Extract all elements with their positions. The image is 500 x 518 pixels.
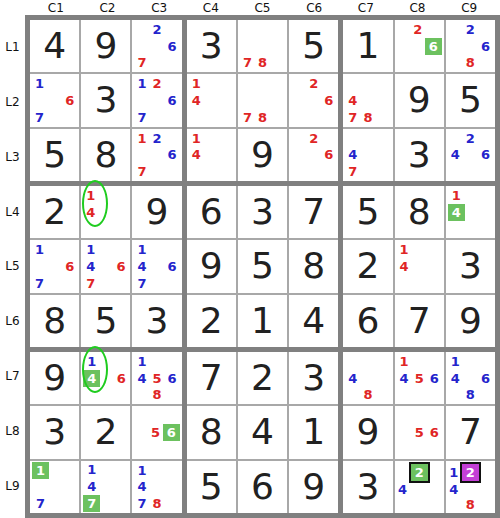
candidate-slot-9 [62,275,77,292]
candidate-slot-3 [427,241,442,258]
cell-L2C8[interactable]: 9 [395,74,444,126]
cell-L7C4[interactable]: 7 [187,352,236,404]
candidate-7: 7 [348,165,357,178]
cell-L5C6[interactable]: 8 [289,240,338,292]
cell-L5C5[interactable]: 5 [238,240,287,292]
candidate-slot-7: 7 [240,109,255,126]
candidate-slot-7 [397,55,411,72]
cell-L9C7[interactable]: 3 [343,461,392,513]
candidate-slot-6 [165,478,180,495]
candidate-slot-6: 6 [478,146,493,163]
solved-digit: 3 [132,295,181,347]
candidate-slot-6: 6 [165,146,180,163]
cell-L9C2[interactable]: 147 [81,461,130,513]
solved-digit: 9 [81,20,130,72]
cell-L8C4[interactable]: 8 [187,406,236,458]
candidate-slot-8 [98,275,113,292]
cell-L1C5[interactable]: 78 [238,20,287,72]
candidate-slot-4 [134,146,149,163]
candidate-slot-3 [165,75,180,92]
candidate-slot-1: 1 [32,462,49,479]
candidate-grid: 78 [240,75,285,125]
solved-digit: 4 [289,295,338,347]
candidate-slot-7: 7 [32,495,49,512]
cell-L2C6[interactable]: 26 [289,74,338,126]
cell-L7C2[interactable]: 146 [81,352,130,404]
solved-digit: 1 [238,295,287,347]
row-label-L3: L3 [0,130,25,185]
solved-digit: 1 [343,20,392,72]
candidate-slot-8: 8 [463,387,478,404]
candidate-slot-2 [204,75,219,92]
cell-L7C7[interactable]: 48 [343,352,392,404]
candidate-slot-4 [291,146,306,163]
cell-L8C8[interactable]: 56 [395,406,444,458]
cell-L8C7[interactable]: 9 [343,406,392,458]
cell-L7C1[interactable]: 9 [30,352,79,404]
candidate-slot-3 [375,130,390,147]
candidate-slot-5 [204,146,219,163]
candidate-4: 4 [451,148,460,161]
candidate-6: 6 [168,260,177,273]
candidate-slot-5 [150,478,165,495]
cell-L9C9[interactable]: 1248 [446,461,495,513]
candidate-slot-4: 4 [448,370,463,387]
candidate-slot-5 [49,479,63,496]
candidate-slot-9 [165,275,180,292]
candidate-1: 1 [400,355,409,368]
candidate-6: 6 [481,40,490,53]
candidate-slot-7 [189,163,204,180]
solved-digit: 4 [30,20,79,72]
cell-L5C7[interactable]: 2 [343,240,392,292]
candidate-grid: 14 [397,241,442,291]
candidate-slot-2: 2 [306,130,321,147]
candidate-slot-5: 5 [150,370,165,387]
cell-L2C2[interactable]: 3 [81,74,130,126]
candidate-slot-7 [448,497,460,512]
candidate-1: 1 [137,243,146,256]
candidate-slot-9 [113,221,128,238]
candidate-slot-9 [114,387,128,404]
candidate-slot-8: 8 [463,55,478,72]
solved-digit: 3 [81,74,130,126]
cell-L4C2[interactable]: 14 [81,186,130,238]
candidate-slot-9 [165,387,180,404]
cell-L8C5[interactable]: 4 [238,406,287,458]
solved-digit: 8 [30,295,79,347]
candidate-8: 8 [466,56,475,69]
candidate-slot-7 [345,387,360,404]
cell-L5C3[interactable]: 1467 [132,240,181,292]
cell-L2C9[interactable]: 5 [446,74,495,126]
column-label-C3: C3 [133,0,185,15]
candidate-slot-2 [360,130,375,147]
candidate-slot-6 [375,92,390,109]
candidate-slot-7 [448,221,465,238]
cell-L3C4[interactable]: 14 [187,129,236,181]
candidate-6: 6 [430,426,439,439]
cell-L9C8[interactable]: 24 [395,461,444,513]
candidate-slot-1: 1 [189,75,204,92]
candidate-slot-1 [345,130,360,147]
cell-L2C3[interactable]: 1267 [132,74,181,126]
cell-L6C2[interactable]: 5 [81,295,130,347]
sudoku-board: 4926716731267581267378514782614926126268… [25,15,500,518]
candidate-slot-3 [114,462,128,479]
candidate-slot-9 [219,163,234,180]
candidate-slot-2 [465,187,479,204]
candidate-slot-4: 4 [448,146,463,163]
candidate-7: 7 [243,111,252,124]
candidate-6: 6 [481,148,490,161]
candidate-slot-1 [291,75,306,92]
candidate-5: 5 [151,426,160,439]
cell-L3C3[interactable]: 1267 [132,129,181,181]
cell-L3C2[interactable]: 8 [81,129,130,181]
cell-L4C8[interactable]: 8 [395,186,444,238]
candidate-slot-6: 6 [321,146,336,163]
row-label-L1: L1 [0,20,25,75]
candidate-2: 2 [466,132,475,145]
cell-L9C1[interactable]: 17 [30,461,79,513]
candidate-slot-8 [360,163,375,180]
candidate-slot-4 [32,479,49,496]
cell-L9C4[interactable]: 5 [187,461,236,513]
candidate-grid: 1267 [134,75,179,125]
cell-L7C8[interactable]: 1456 [395,352,444,404]
cell-L7C3[interactable]: 14568 [132,352,181,404]
solved-digit: 9 [132,186,181,238]
cell-L6C5[interactable]: 1 [238,295,287,347]
box-9: 481456146895673241248 [343,352,495,513]
candidate-grid: 14 [83,187,128,237]
candidate-slot-8 [149,441,163,458]
candidate-slot-5 [47,258,62,275]
candidate-slot-3 [165,21,180,38]
candidate-slot-5 [460,483,481,498]
cell-L6C8[interactable]: 7 [395,295,444,347]
cell-L1C7[interactable]: 1 [343,20,392,72]
candidate-slot-4: 4 [189,146,204,163]
candidate-slot-8: 8 [360,387,375,404]
solved-digit: 1 [289,406,338,458]
candidate-slot-2 [360,75,375,92]
candidate-grid: 146 [83,353,128,403]
cell-L5C9[interactable]: 3 [446,240,495,292]
candidate-slot-1 [448,130,463,147]
candidate-7: 7 [83,495,100,512]
candidate-slot-7: 7 [32,275,47,292]
candidate-slot-6: 6 [321,92,336,109]
candidate-slot-7 [397,275,412,292]
candidate-6: 6 [168,94,177,107]
candidate-slot-9 [478,163,493,180]
candidate-slot-9 [375,109,390,126]
candidate-slot-5: 5 [412,370,427,387]
candidate-slot-8 [465,221,479,238]
candidate-slot-2 [100,353,114,370]
cell-L4C3[interactable]: 9 [132,186,181,238]
cell-L9C6[interactable]: 9 [289,461,338,513]
candidate-slot-2 [47,241,62,258]
candidate-1: 1 [32,462,49,479]
solved-digit: 8 [187,406,236,458]
cell-L1C6[interactable]: 5 [289,20,338,72]
candidate-slot-8: 8 [460,497,481,512]
candidate-2: 2 [153,132,162,145]
candidate-slot-3 [425,21,442,38]
candidate-slot-9 [165,163,180,180]
candidate-7: 7 [348,111,357,124]
candidate-slot-7: 7 [134,275,149,292]
candidate-grid: 26 [291,75,336,125]
cell-L9C3[interactable]: 1478 [132,461,181,513]
candidate-slot-7: 7 [134,55,149,72]
cell-L4C1[interactable]: 2 [30,186,79,238]
solved-digit: 5 [30,129,79,181]
cell-L3C6[interactable]: 26 [289,129,338,181]
cell-L6C7[interactable]: 6 [343,295,392,347]
candidate-slot-8: 8 [360,109,375,126]
candidate-slot-8: 8 [255,55,270,72]
candidate-slot-9 [113,275,128,292]
candidate-slot-9 [163,441,180,458]
candidate-slot-3 [478,21,493,38]
cell-L4C4[interactable]: 6 [187,186,236,238]
candidate-slot-9 [62,109,77,126]
candidate-slot-4: 4 [134,258,149,275]
solved-digit: 9 [289,461,338,513]
candidate-slot-4 [240,38,255,55]
solved-digit: 8 [81,129,130,181]
column-label-C1: C1 [30,0,82,15]
cell-L5C1[interactable]: 167 [30,240,79,292]
candidate-slot-4: 4 [83,478,100,495]
cell-L6C3[interactable]: 3 [132,295,181,347]
candidate-slot-8 [412,387,427,404]
candidate-slot-4 [134,424,148,441]
cell-L8C1[interactable]: 3 [30,406,79,458]
sudoku-app: C1C2C3C4C5C6C7C8C9 L1L2L3L4L5L6L7L8L9 49… [0,0,500,518]
candidate-slot-7: 7 [134,163,149,180]
candidate-slot-2 [49,462,63,479]
candidate-slot-1: 1 [134,241,149,258]
candidate-slot-9 [425,55,442,72]
candidate-slot-2 [150,353,165,370]
candidate-1: 1 [87,463,96,476]
cell-L8C6[interactable]: 1 [289,406,338,458]
cell-L4C5[interactable]: 3 [238,186,287,238]
cell-L1C4[interactable]: 3 [187,20,236,72]
cell-L8C2[interactable]: 2 [81,406,130,458]
box-3: 12626847895473246 [343,20,495,181]
cell-L2C5[interactable]: 78 [238,74,287,126]
candidate-slot-1: 1 [32,75,47,92]
cell-L7C6[interactable]: 3 [289,352,338,404]
candidate-slot-8 [306,109,321,126]
cell-L3C1[interactable]: 5 [30,129,79,181]
candidate-slot-2 [412,353,427,370]
candidate-1: 1 [137,132,146,145]
solved-digit: 9 [446,295,495,347]
candidate-slot-3 [427,353,442,370]
candidate-slot-4: 4 [448,483,460,498]
candidate-slot-3 [219,75,234,92]
candidate-7: 7 [137,277,146,290]
cell-L2C4[interactable]: 14 [187,74,236,126]
solved-digit: 9 [395,74,444,126]
cell-L1C2[interactable]: 9 [81,20,130,72]
candidate-4: 4 [192,94,201,107]
candidate-slot-1: 1 [134,130,149,147]
column-label-C5: C5 [237,0,289,15]
candidate-slot-5 [409,483,430,498]
candidate-slot-6 [114,478,128,495]
candidate-slot-2: 2 [150,75,165,92]
solved-digit: 5 [289,20,338,72]
candidate-slot-6 [430,483,442,498]
candidate-8: 8 [466,498,475,511]
candidate-grid: 246 [448,130,493,180]
cell-L3C5[interactable]: 9 [238,129,287,181]
candidate-slot-9 [478,387,493,404]
candidate-slot-4 [134,92,149,109]
candidate-slot-4: 4 [83,258,98,275]
candidate-slot-1: 1 [448,353,463,370]
cell-L1C9[interactable]: 268 [446,20,495,72]
candidate-slot-5 [411,38,425,55]
candidate-slot-3 [113,241,128,258]
box-1: 4926716731267581267 [30,20,182,181]
cell-L9C5[interactable]: 6 [238,461,287,513]
candidate-slot-2 [255,75,270,92]
candidate-slot-4: 4 [134,478,149,495]
solved-digit: 5 [238,240,287,292]
candidate-4: 4 [398,483,407,496]
solved-digit: 3 [446,240,495,292]
cell-L3C7[interactable]: 47 [343,129,392,181]
cell-L2C1[interactable]: 167 [30,74,79,126]
candidate-slot-9 [165,495,180,512]
candidate-slot-2 [150,462,165,479]
cell-L7C5[interactable]: 2 [238,352,287,404]
cell-L7C9[interactable]: 1468 [446,352,495,404]
candidate-slot-6: 6 [165,38,180,55]
cell-L6C1[interactable]: 8 [30,295,79,347]
candidate-slot-1 [345,353,360,370]
cell-L6C9[interactable]: 9 [446,295,495,347]
candidate-slot-2 [255,21,270,38]
candidate-7: 7 [137,56,146,69]
candidate-slot-8 [100,495,114,512]
solved-digit: 6 [343,295,392,347]
cell-L2C7[interactable]: 478 [343,74,392,126]
solved-digit: 3 [187,20,236,72]
candidate-slot-1: 1 [189,130,204,147]
solved-digit: 7 [395,295,444,347]
candidate-4: 4 [400,372,409,385]
candidate-slot-1: 1 [83,241,98,258]
solved-digit: 5 [446,74,495,126]
candidate-grid: 14 [189,75,234,125]
candidate-grid: 14568 [134,353,179,403]
column-label-C8: C8 [392,0,444,15]
candidate-slot-3 [321,75,336,92]
candidate-slot-5 [150,146,165,163]
cell-L1C8[interactable]: 26 [395,20,444,72]
candidate-slot-5 [412,258,427,275]
candidate-slot-1: 1 [397,241,412,258]
candidate-slot-4: 4 [189,92,204,109]
cell-L8C9[interactable]: 7 [446,406,495,458]
candidate-slot-2 [204,130,219,147]
candidate-6: 6 [324,148,333,161]
solved-digit: 2 [81,406,130,458]
candidate-7: 7 [36,497,45,510]
candidate-slot-1: 1 [32,241,47,258]
solved-digit: 2 [30,186,79,238]
candidate-slot-5 [100,370,114,387]
cell-L6C6[interactable]: 4 [289,295,338,347]
solved-digit: 7 [187,352,236,404]
candidate-grid: 56 [134,407,179,457]
candidate-slot-4: 4 [397,258,412,275]
cell-L5C2[interactable]: 1467 [81,240,130,292]
candidate-grid: 1467 [134,241,179,291]
candidate-slot-6: 6 [163,424,180,441]
candidate-slot-8: 8 [255,109,270,126]
candidate-grid: 24 [397,462,442,512]
cell-L3C9[interactable]: 246 [446,129,495,181]
box-7: 9146145683256171471478 [30,352,182,513]
cell-L4C9[interactable]: 14 [446,186,495,238]
candidate-slot-4: 4 [83,370,100,387]
cell-L3C8[interactable]: 3 [395,129,444,181]
candidate-slot-8 [204,109,219,126]
candidate-slot-5 [463,370,478,387]
candidate-slot-7: 7 [345,109,360,126]
candidate-6: 6 [324,94,333,107]
candidate-2: 2 [153,77,162,90]
cell-L5C8[interactable]: 14 [395,240,444,292]
candidate-slot-3 [163,407,180,424]
candidate-slot-4: 4 [397,483,409,498]
cell-L5C4[interactable]: 9 [187,240,236,292]
candidate-slot-6: 6 [165,258,180,275]
candidate-grid: 26 [397,21,442,71]
candidate-slot-1 [291,130,306,147]
cell-L1C3[interactable]: 267 [132,20,181,72]
cell-L6C4[interactable]: 2 [187,295,236,347]
cell-L1C1[interactable]: 4 [30,20,79,72]
cell-L8C3[interactable]: 56 [132,406,181,458]
candidate-slot-6 [375,146,390,163]
candidate-6: 6 [116,260,125,273]
row-label-L6: L6 [0,294,25,349]
candidate-slot-9 [478,55,493,72]
cell-L4C6[interactable]: 7 [289,186,338,238]
candidate-4: 4 [137,260,146,273]
candidate-slot-6 [270,92,285,109]
candidate-slot-3 [270,75,285,92]
candidate-slot-3 [479,187,493,204]
candidate-slot-9 [375,387,390,404]
candidate-slot-3 [430,462,442,483]
candidate-4: 4 [448,204,465,221]
cell-L4C7[interactable]: 5 [343,186,392,238]
candidate-slot-5 [306,92,321,109]
